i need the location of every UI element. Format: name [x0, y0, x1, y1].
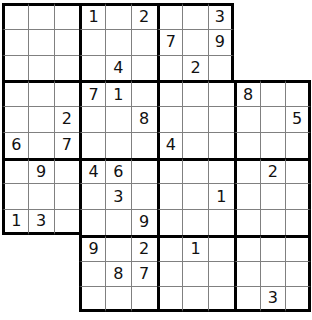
empty-cell-r10c7[interactable]: [157, 235, 183, 261]
empty-cell-r10c10[interactable]: [234, 235, 260, 261]
outside-area-r1c11: [260, 3, 286, 29]
outside-area-r10c2: [28, 235, 54, 261]
empty-cell-r11c7[interactable]: [157, 261, 183, 287]
empty-cell-r10c11[interactable]: [260, 235, 286, 261]
empty-cell-r12c6[interactable]: [131, 286, 157, 312]
empty-cell-r9c3[interactable]: [54, 209, 80, 235]
empty-cell-r7c9[interactable]: [208, 158, 234, 184]
empty-cell-r1c2[interactable]: [28, 3, 54, 29]
empty-cell-r6c4[interactable]: [79, 132, 105, 158]
empty-cell-r2c1[interactable]: [2, 29, 28, 55]
empty-cell-r4c7[interactable]: [157, 80, 183, 106]
empty-cell-r8c10[interactable]: [234, 183, 260, 209]
given-digit-r7c2: 9: [28, 158, 54, 184]
empty-cell-r6c9[interactable]: [208, 132, 234, 158]
empty-cell-r6c2[interactable]: [28, 132, 54, 158]
given-digit-r11c5: 8: [105, 261, 131, 287]
outside-area-r10c1: [2, 235, 28, 261]
empty-cell-r8c4[interactable]: [79, 183, 105, 209]
empty-cell-r9c7[interactable]: [157, 209, 183, 235]
given-digit-r1c9: 3: [208, 3, 234, 29]
puzzle-board: 1237942718285674946231139921873: [2, 3, 311, 312]
empty-cell-r9c8[interactable]: [182, 209, 208, 235]
outside-area-r11c2: [28, 261, 54, 287]
outside-area-r3c10: [234, 55, 260, 81]
empty-cell-r5c1[interactable]: [2, 106, 28, 132]
empty-cell-r6c5[interactable]: [105, 132, 131, 158]
empty-cell-r7c10[interactable]: [234, 158, 260, 184]
empty-cell-r5c5[interactable]: [105, 106, 131, 132]
empty-cell-r5c4[interactable]: [79, 106, 105, 132]
empty-cell-r5c2[interactable]: [28, 106, 54, 132]
given-digit-r4c5: 1: [105, 80, 131, 106]
given-digit-r10c4: 9: [79, 235, 105, 261]
outside-area-r12c1: [2, 286, 28, 312]
empty-cell-r12c12[interactable]: [285, 286, 311, 312]
empty-cell-r5c8[interactable]: [182, 106, 208, 132]
empty-cell-r8c8[interactable]: [182, 183, 208, 209]
empty-cell-r3c2[interactable]: [28, 55, 54, 81]
empty-cell-r10c5[interactable]: [105, 235, 131, 261]
empty-cell-r4c8[interactable]: [182, 80, 208, 106]
outside-area-r3c12: [285, 55, 311, 81]
given-digit-r2c9: 9: [208, 29, 234, 55]
empty-cell-r12c4[interactable]: [79, 286, 105, 312]
empty-cell-r8c12[interactable]: [285, 183, 311, 209]
empty-cell-r2c6[interactable]: [131, 29, 157, 55]
empty-cell-r7c3[interactable]: [54, 158, 80, 184]
outside-area-r1c10: [234, 3, 260, 29]
empty-cell-r7c8[interactable]: [182, 158, 208, 184]
given-digit-r3c8: 2: [182, 55, 208, 81]
given-digit-r4c10: 8: [234, 80, 260, 106]
given-digit-r10c6: 2: [131, 235, 157, 261]
empty-cell-r8c2[interactable]: [28, 183, 54, 209]
empty-cell-r1c3[interactable]: [54, 3, 80, 29]
given-digit-r5c3: 2: [54, 106, 80, 132]
given-digit-r2c7: 7: [157, 29, 183, 55]
empty-cell-r2c8[interactable]: [182, 29, 208, 55]
empty-cell-r7c7[interactable]: [157, 158, 183, 184]
empty-cell-r8c7[interactable]: [157, 183, 183, 209]
empty-cell-r5c11[interactable]: [260, 106, 286, 132]
outside-area-r10c3: [54, 235, 80, 261]
empty-cell-r2c3[interactable]: [54, 29, 80, 55]
empty-cell-r5c10[interactable]: [234, 106, 260, 132]
empty-cell-r7c1[interactable]: [2, 158, 28, 184]
outside-area-r2c11: [260, 29, 286, 55]
empty-cell-r11c11[interactable]: [260, 261, 286, 287]
empty-cell-r9c5[interactable]: [105, 209, 131, 235]
empty-cell-r8c11[interactable]: [260, 183, 286, 209]
given-digit-r3c5: 4: [105, 55, 131, 81]
empty-cell-r4c12[interactable]: [285, 80, 311, 106]
empty-cell-r4c3[interactable]: [54, 80, 80, 106]
empty-cell-r9c12[interactable]: [285, 209, 311, 235]
empty-cell-r6c10[interactable]: [234, 132, 260, 158]
empty-cell-r5c7[interactable]: [157, 106, 183, 132]
empty-cell-r12c7[interactable]: [157, 286, 183, 312]
empty-cell-r8c1[interactable]: [2, 183, 28, 209]
empty-cell-r3c3[interactable]: [54, 55, 80, 81]
empty-cell-r3c9[interactable]: [208, 55, 234, 81]
empty-cell-r8c3[interactable]: [54, 183, 80, 209]
empty-cell-r4c2[interactable]: [28, 80, 54, 106]
empty-cell-r6c12[interactable]: [285, 132, 311, 158]
empty-cell-r3c1[interactable]: [2, 55, 28, 81]
empty-cell-r5c9[interactable]: [208, 106, 234, 132]
given-digit-r9c6: 9: [131, 209, 157, 235]
given-digit-r5c6: 8: [131, 106, 157, 132]
empty-cell-r7c6[interactable]: [131, 158, 157, 184]
given-digit-r7c5: 6: [105, 158, 131, 184]
given-digit-r12c11: 3: [260, 286, 286, 312]
given-digit-r8c5: 3: [105, 183, 131, 209]
outside-area-r12c3: [54, 286, 80, 312]
empty-cell-r11c9[interactable]: [208, 261, 234, 287]
empty-cell-r8c6[interactable]: [131, 183, 157, 209]
empty-cell-r9c10[interactable]: [234, 209, 260, 235]
given-digit-r7c4: 4: [79, 158, 105, 184]
empty-cell-r11c12[interactable]: [285, 261, 311, 287]
outside-area-r11c1: [2, 261, 28, 287]
empty-cell-r11c10[interactable]: [234, 261, 260, 287]
empty-cell-r4c9[interactable]: [208, 80, 234, 106]
given-digit-r5c12: 5: [285, 106, 311, 132]
empty-cell-r1c7[interactable]: [157, 3, 183, 29]
empty-cell-r11c4[interactable]: [79, 261, 105, 287]
empty-cell-r9c11[interactable]: [260, 209, 286, 235]
empty-cell-r10c9[interactable]: [208, 235, 234, 261]
given-digit-r6c1: 6: [2, 132, 28, 158]
empty-cell-r3c7[interactable]: [157, 55, 183, 81]
empty-cell-r9c9[interactable]: [208, 209, 234, 235]
empty-cell-r4c11[interactable]: [260, 80, 286, 106]
empty-cell-r4c6[interactable]: [131, 80, 157, 106]
empty-cell-r12c8[interactable]: [182, 286, 208, 312]
given-digit-r1c6: 2: [131, 3, 157, 29]
outside-area-r11c3: [54, 261, 80, 287]
given-digit-r7c11: 2: [260, 158, 286, 184]
empty-cell-r12c5[interactable]: [105, 286, 131, 312]
empty-cell-r1c8[interactable]: [182, 3, 208, 29]
empty-cell-r2c4[interactable]: [79, 29, 105, 55]
empty-cell-r3c6[interactable]: [131, 55, 157, 81]
given-digit-r6c3: 7: [54, 132, 80, 158]
empty-cell-r12c9[interactable]: [208, 286, 234, 312]
empty-cell-r6c6[interactable]: [131, 132, 157, 158]
empty-cell-r9c4[interactable]: [79, 209, 105, 235]
empty-cell-r6c11[interactable]: [260, 132, 286, 158]
given-digit-r1c4: 1: [79, 3, 105, 29]
given-digit-r6c7: 4: [157, 132, 183, 158]
empty-cell-r4c1[interactable]: [2, 80, 28, 106]
given-digit-r4c4: 7: [79, 80, 105, 106]
empty-cell-r1c5[interactable]: [105, 3, 131, 29]
empty-cell-r6c8[interactable]: [182, 132, 208, 158]
empty-cell-r3c4[interactable]: [79, 55, 105, 81]
empty-cell-r12c10[interactable]: [234, 286, 260, 312]
given-digit-r9c1: 1: [2, 209, 28, 235]
given-digit-r8c9: 1: [208, 183, 234, 209]
empty-cell-r2c5[interactable]: [105, 29, 131, 55]
outside-area-r2c12: [285, 29, 311, 55]
outside-area-r1c12: [285, 3, 311, 29]
outside-area-r3c11: [260, 55, 286, 81]
given-digit-r10c8: 1: [182, 235, 208, 261]
empty-cell-r7c12[interactable]: [285, 158, 311, 184]
outside-area-r12c2: [28, 286, 54, 312]
empty-cell-r2c2[interactable]: [28, 29, 54, 55]
given-digit-r9c2: 3: [28, 209, 54, 235]
given-digit-r11c6: 7: [131, 261, 157, 287]
empty-cell-r1c1[interactable]: [2, 3, 28, 29]
empty-cell-r10c12[interactable]: [285, 235, 311, 261]
empty-cell-r11c8[interactable]: [182, 261, 208, 287]
outside-area-r2c10: [234, 29, 260, 55]
